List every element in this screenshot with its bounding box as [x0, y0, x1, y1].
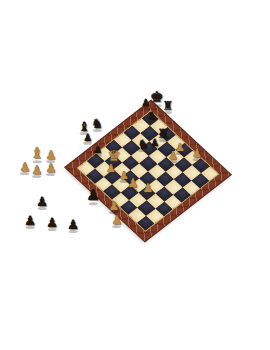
light-pawn-captured: ♟: [32, 164, 43, 176]
dark-pawn-captured: ♟: [67, 218, 79, 231]
chess-board: [65, 101, 230, 242]
dark-knight-d8: ♞: [91, 117, 103, 130]
light-pawn-captured: ♟: [20, 161, 31, 173]
dark-bishop-c8: ♝: [78, 120, 90, 133]
chess-board-squares: [78, 112, 218, 231]
dark-rook-h8: ♜: [163, 100, 174, 112]
dark-pawn-captured: ♟: [24, 214, 36, 227]
dark-pawn-c7: ♟: [84, 133, 93, 143]
light-bishop-captured: ♝: [30, 146, 43, 161]
dark-pawn-captured: ♟: [36, 195, 48, 208]
light-pawn-captured: ♟: [46, 149, 57, 161]
light-pawn-captured: ♟: [46, 162, 57, 174]
product-photo: ♝♞♟♟♟♚♜♟♞♜♟♛♟♟♟♟♟♟♟♟♟ ♝♟♟♟♟ ♟♟♟♟♟: [0, 0, 270, 350]
dark-pawn-captured: ♟: [46, 216, 58, 229]
